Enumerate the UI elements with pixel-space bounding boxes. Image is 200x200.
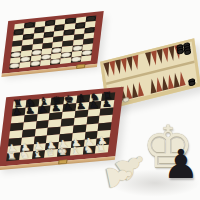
black-pawn: ♟ <box>163 144 199 184</box>
black-backgammon-checker <box>188 80 195 86</box>
chess-grid: ♜♞♝♛♚♝♞♜♟♟♟♟♟♟♟♟♟♟♟♟♟♟♟♟♜♞♝♛♚♝♞♜ <box>6 92 115 161</box>
chess-square-c1: ♝ <box>32 150 46 159</box>
checkers-square-r8c8 <box>81 55 92 62</box>
chess-square-h1: ♜ <box>95 145 109 154</box>
white-queen: ♛ <box>44 148 56 158</box>
white-knight: ♞ <box>19 150 31 160</box>
white-pawn-lying: ♟ <box>101 159 138 194</box>
white-king: ♚ <box>142 118 194 176</box>
white-bishop: ♝ <box>32 149 44 159</box>
white-backgammon-stack <box>122 97 129 101</box>
chess-square-g1: ♞ <box>82 146 96 155</box>
white-backgammon-checker <box>122 97 129 103</box>
black-backgammon-checker <box>184 49 191 55</box>
chess-square-a1: ♜ <box>6 153 20 162</box>
chess-square-b1: ♞ <box>19 151 33 160</box>
bg-point-bottom-12 <box>178 71 186 87</box>
white-king: ♚ <box>57 147 69 157</box>
black-backgammon-stack <box>188 78 195 84</box>
loose-pieces-shadow <box>106 168 200 198</box>
product-photo: ♜♞♝♛♚♝♞♜♟♟♟♟♟♟♟♟♟♟♟♟♟♟♟♟♜♞♝♛♚♝♞♜ ♚ ♟ ♟ ♟ <box>0 0 200 200</box>
checkers-grid <box>9 16 96 70</box>
white-rook: ♜ <box>6 151 18 161</box>
chess-square-e1: ♚ <box>57 148 71 157</box>
white-bishop: ♝ <box>70 146 82 156</box>
black-backgammon-stack <box>183 42 191 53</box>
chess-square-d1: ♛ <box>44 149 58 158</box>
chess-square-f1: ♝ <box>70 147 84 156</box>
white-rook: ♜ <box>95 143 107 153</box>
checkers-board <box>2 11 104 74</box>
chess-board: ♜♞♝♛♚♝♞♜♟♟♟♟♟♟♟♟♟♟♟♟♟♟♟♟♜♞♝♛♚♝♞♜ <box>0 87 124 167</box>
white-knight: ♞ <box>82 144 94 154</box>
